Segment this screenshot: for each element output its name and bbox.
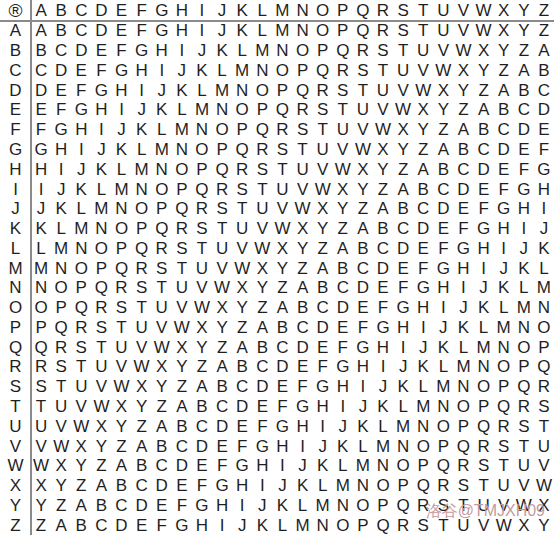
grid-cell: P bbox=[272, 80, 292, 100]
grid-cell: B bbox=[232, 357, 252, 377]
grid-cell: Q bbox=[232, 140, 252, 160]
grid-cell: F bbox=[31, 120, 51, 140]
grid-cell: A bbox=[433, 140, 453, 160]
grid-cell: M bbox=[333, 476, 353, 496]
grid-cell: I bbox=[51, 159, 71, 179]
grid-cell: L bbox=[474, 318, 494, 338]
column-header-cell: N bbox=[293, 0, 313, 21]
grid-cell: Y bbox=[433, 100, 453, 120]
grid-cell: Z bbox=[272, 278, 292, 298]
grid-cell: L bbox=[272, 515, 292, 535]
grid-cell: F bbox=[514, 159, 534, 179]
grid-cell: Y bbox=[494, 41, 514, 61]
grid-cell: U bbox=[192, 258, 212, 278]
grid-cell: B bbox=[514, 80, 534, 100]
grid-cell: K bbox=[212, 41, 232, 61]
grid-cell: E bbox=[31, 100, 51, 120]
grid-cell: E bbox=[353, 298, 373, 318]
grid-cell: V bbox=[192, 278, 212, 298]
grid-cell: J bbox=[71, 159, 91, 179]
grid-cell: T bbox=[212, 219, 232, 239]
grid-cell: G bbox=[353, 337, 373, 357]
grid-cell: V bbox=[353, 120, 373, 140]
grid-cell: N bbox=[152, 159, 172, 179]
row-header-cell: Q bbox=[0, 337, 31, 357]
grid-cell: J bbox=[393, 357, 413, 377]
column-header-cell: W bbox=[474, 0, 494, 21]
row-header-cell: O bbox=[0, 298, 31, 318]
column-header-cell: I bbox=[192, 0, 212, 21]
grid-cell: Y bbox=[333, 199, 353, 219]
grid-cell: M bbox=[71, 219, 91, 239]
grid-cell: K bbox=[51, 199, 71, 219]
grid-cell: A bbox=[232, 337, 252, 357]
grid-cell: U bbox=[152, 298, 172, 318]
grid-cell: S bbox=[333, 80, 353, 100]
grid-cell: H bbox=[51, 140, 71, 160]
grid-cell: K bbox=[313, 456, 333, 476]
grid-cell: B bbox=[132, 456, 152, 476]
grid-cell: O bbox=[51, 278, 71, 298]
grid-cell: F bbox=[132, 21, 152, 41]
grid-cell: F bbox=[91, 61, 111, 81]
grid-cell: O bbox=[353, 495, 373, 515]
row-header-cell: L bbox=[0, 238, 31, 258]
grid-cell: O bbox=[71, 258, 91, 278]
grid-cell: D bbox=[353, 278, 373, 298]
grid-cell: H bbox=[252, 456, 272, 476]
grid-cell: I bbox=[71, 140, 91, 160]
grid-cell: Z bbox=[31, 515, 51, 535]
grid-cell: K bbox=[232, 21, 252, 41]
grid-cell: B bbox=[111, 476, 131, 496]
grid-cell: L bbox=[111, 159, 131, 179]
grid-cell: V bbox=[333, 140, 353, 160]
grid-cell: J bbox=[514, 238, 534, 258]
grid-cell: E bbox=[152, 495, 172, 515]
grid-cell: K bbox=[453, 318, 473, 338]
grid-cell: N bbox=[453, 377, 473, 397]
grid-cell: M bbox=[152, 140, 172, 160]
grid-cell: C bbox=[353, 258, 373, 278]
grid-cell: I bbox=[172, 41, 192, 61]
column-header-cell: J bbox=[212, 0, 232, 21]
grid-cell: C bbox=[393, 219, 413, 239]
grid-cell: O bbox=[293, 41, 313, 61]
grid-cell: N bbox=[293, 21, 313, 41]
grid-cell: U bbox=[353, 100, 373, 120]
grid-cell: I bbox=[252, 476, 272, 496]
grid-cell: O bbox=[333, 515, 353, 535]
grid-cell: Y bbox=[252, 278, 272, 298]
grid-cell: M bbox=[293, 515, 313, 535]
grid-cell: M bbox=[353, 456, 373, 476]
grid-cell: C bbox=[534, 80, 554, 100]
grid-cell: N bbox=[31, 278, 51, 298]
row-header-cell: V bbox=[0, 436, 31, 456]
grid-cell: M bbox=[272, 21, 292, 41]
column-header-cell: T bbox=[413, 0, 433, 21]
grid-cell: I bbox=[534, 199, 554, 219]
grid-cell: C bbox=[71, 21, 91, 41]
grid-cell: M bbox=[393, 416, 413, 436]
grid-cell: J bbox=[192, 41, 212, 61]
row-header-cell: B bbox=[0, 41, 31, 61]
grid-cell: V bbox=[293, 179, 313, 199]
grid-cell: Z bbox=[353, 199, 373, 219]
grid-cell: M bbox=[91, 199, 111, 219]
grid-cell: F bbox=[534, 140, 554, 160]
grid-cell: T bbox=[232, 199, 252, 219]
grid-cell: M bbox=[453, 357, 473, 377]
grid-cell: L bbox=[192, 80, 212, 100]
grid-cell: U bbox=[71, 377, 91, 397]
grid-cell: B bbox=[152, 436, 172, 456]
grid-cell: L bbox=[152, 120, 172, 140]
grid-cell: Q bbox=[393, 495, 413, 515]
grid-cell: W bbox=[393, 100, 413, 120]
grid-cell: R bbox=[293, 100, 313, 120]
grid-cell: G bbox=[71, 100, 91, 120]
grid-cell: U bbox=[272, 179, 292, 199]
grid-cell: O bbox=[494, 357, 514, 377]
grid-cell: H bbox=[313, 397, 333, 417]
grid-cell: A bbox=[313, 258, 333, 278]
grid-cell: W bbox=[192, 298, 212, 318]
grid-cell: I bbox=[353, 377, 373, 397]
grid-cell: F bbox=[152, 515, 172, 535]
grid-cell: K bbox=[353, 416, 373, 436]
grid-cell: X bbox=[111, 397, 131, 417]
grid-cell: F bbox=[393, 278, 413, 298]
grid-cell: Q bbox=[433, 456, 453, 476]
grid-cell: V bbox=[514, 476, 534, 496]
grid-cell: V bbox=[111, 357, 131, 377]
grid-cell: D bbox=[31, 80, 51, 100]
grid-cell: A bbox=[474, 100, 494, 120]
grid-cell: R bbox=[152, 238, 172, 258]
grid-cell: H bbox=[212, 495, 232, 515]
grid-cell: H bbox=[413, 298, 433, 318]
grid-cell: D bbox=[252, 377, 272, 397]
grid-cell: X bbox=[373, 140, 393, 160]
grid-cell: R bbox=[272, 120, 292, 140]
grid-cell: X bbox=[393, 120, 413, 140]
column-header-cell: H bbox=[172, 0, 192, 21]
grid-cell: P bbox=[313, 41, 333, 61]
grid-cell: N bbox=[252, 61, 272, 81]
grid-cell: D bbox=[313, 318, 333, 338]
grid-cell: H bbox=[152, 41, 172, 61]
grid-cell: E bbox=[393, 258, 413, 278]
grid-cell: D bbox=[413, 219, 433, 239]
grid-cell: S bbox=[71, 337, 91, 357]
grid-cell: S bbox=[393, 21, 413, 41]
grid-cell: S bbox=[172, 238, 192, 258]
grid-cell: S bbox=[252, 159, 272, 179]
grid-cell: U bbox=[91, 357, 111, 377]
grid-cell: T bbox=[474, 476, 494, 496]
grid-cell: N bbox=[393, 436, 413, 456]
column-header-cell: F bbox=[132, 0, 152, 21]
grid-cell: L bbox=[494, 298, 514, 318]
grid-cell: P bbox=[111, 238, 131, 258]
grid-cell: P bbox=[132, 219, 152, 239]
grid-cell: O bbox=[252, 80, 272, 100]
grid-cell: D bbox=[534, 100, 554, 120]
grid-cell: Y bbox=[373, 159, 393, 179]
grid-cell: D bbox=[293, 337, 313, 357]
grid-cell: T bbox=[71, 357, 91, 377]
grid-cell: J bbox=[51, 179, 71, 199]
column-header-cell: K bbox=[232, 0, 252, 21]
grid-cell: D bbox=[232, 397, 252, 417]
grid-cell: J bbox=[373, 377, 393, 397]
grid-cell: H bbox=[132, 61, 152, 81]
grid-cell: R bbox=[192, 199, 212, 219]
grid-cell: E bbox=[293, 357, 313, 377]
grid-cell: Z bbox=[192, 357, 212, 377]
grid-cell: X bbox=[91, 416, 111, 436]
grid-cell: H bbox=[71, 120, 91, 140]
grid-cell: Z bbox=[494, 61, 514, 81]
grid-cell: S bbox=[111, 298, 131, 318]
grid-cell: L bbox=[413, 377, 433, 397]
column-header-cell: R bbox=[373, 0, 393, 21]
grid-cell: D bbox=[111, 515, 131, 535]
grid-cell: Z bbox=[152, 397, 172, 417]
grid-cell: Q bbox=[453, 436, 473, 456]
grid-cell: R bbox=[333, 61, 353, 81]
grid-cell: L bbox=[293, 495, 313, 515]
grid-cell: V bbox=[433, 41, 453, 61]
grid-cell: S bbox=[453, 476, 473, 496]
grid-cell: H bbox=[453, 258, 473, 278]
grid-cell: R bbox=[353, 41, 373, 61]
grid-cell: J bbox=[252, 495, 272, 515]
grid-cell: S bbox=[212, 199, 232, 219]
grid-cell: W bbox=[111, 377, 131, 397]
grid-cell: A bbox=[494, 80, 514, 100]
grid-cell: D bbox=[192, 436, 212, 456]
grid-cell: S bbox=[514, 416, 534, 436]
grid-cell: A bbox=[413, 159, 433, 179]
grid-cell: N bbox=[232, 80, 252, 100]
grid-cell: Z bbox=[474, 80, 494, 100]
grid-cell: C bbox=[433, 179, 453, 199]
grid-cell: T bbox=[132, 298, 152, 318]
grid-cell: F bbox=[333, 337, 353, 357]
grid-cell: X bbox=[272, 238, 292, 258]
grid-cell: Z bbox=[453, 100, 473, 120]
grid-cell: A bbox=[51, 515, 71, 535]
grid-cell: Q bbox=[534, 357, 554, 377]
grid-cell: H bbox=[272, 436, 292, 456]
grid-cell: B bbox=[91, 495, 111, 515]
grid-cell: T bbox=[353, 80, 373, 100]
grid-cell: J bbox=[293, 456, 313, 476]
grid-cell: X bbox=[172, 337, 192, 357]
column-header-cell: V bbox=[453, 0, 473, 21]
grid-cell: L bbox=[353, 436, 373, 456]
grid-cell: L bbox=[232, 41, 252, 61]
grid-cell: H bbox=[393, 318, 413, 338]
grid-cell: R bbox=[252, 140, 272, 160]
grid-cell: D bbox=[474, 159, 494, 179]
grid-cell: B bbox=[333, 258, 353, 278]
grid-cell: F bbox=[212, 456, 232, 476]
grid-cell: L bbox=[71, 199, 91, 219]
grid-cell: V bbox=[172, 298, 192, 318]
grid-cell: Z bbox=[393, 159, 413, 179]
grid-cell: E bbox=[232, 416, 252, 436]
grid-cell: B bbox=[494, 100, 514, 120]
grid-cell: Z bbox=[51, 495, 71, 515]
grid-cell: I bbox=[132, 80, 152, 100]
grid-cell: F bbox=[313, 357, 333, 377]
grid-cell: E bbox=[91, 41, 111, 61]
grid-cell: U bbox=[373, 80, 393, 100]
grid-cell: E bbox=[111, 21, 131, 41]
letter-grid: ®ABCDEFGHIJKLMNOPQRSTUVWXYZAABCDEFGHIJKL… bbox=[0, 0, 554, 535]
grid-cell: B bbox=[272, 318, 292, 338]
grid-cell: R bbox=[132, 258, 152, 278]
column-header-cell: D bbox=[91, 0, 111, 21]
grid-cell: B bbox=[453, 140, 473, 160]
row-header-cell: H bbox=[0, 159, 31, 179]
grid-cell: O bbox=[373, 476, 393, 496]
grid-cell: F bbox=[353, 318, 373, 338]
grid-cell: O bbox=[31, 298, 51, 318]
grid-cell: P bbox=[433, 436, 453, 456]
grid-cell: T bbox=[313, 120, 333, 140]
grid-cell: S bbox=[132, 278, 152, 298]
grid-cell: P bbox=[353, 515, 373, 535]
column-header-cell: E bbox=[111, 0, 131, 21]
grid-cell: J bbox=[212, 21, 232, 41]
grid-cell: H bbox=[474, 238, 494, 258]
grid-cell: K bbox=[111, 140, 131, 160]
grid-cell: Z bbox=[373, 179, 393, 199]
grid-cell: M bbox=[252, 41, 272, 61]
grid-cell: B bbox=[353, 238, 373, 258]
grid-cell: L bbox=[333, 456, 353, 476]
grid-cell: W bbox=[132, 357, 152, 377]
grid-cell: T bbox=[172, 258, 192, 278]
grid-cell: O bbox=[514, 337, 534, 357]
grid-cell: E bbox=[534, 120, 554, 140]
row-header-cell: W bbox=[0, 456, 31, 476]
grid-cell: W bbox=[413, 80, 433, 100]
grid-cell: S bbox=[534, 397, 554, 417]
grid-cell: U bbox=[31, 416, 51, 436]
grid-cell: B bbox=[474, 120, 494, 140]
grid-cell: Z bbox=[313, 238, 333, 258]
grid-cell: Q bbox=[494, 397, 514, 417]
column-header-cell: L bbox=[252, 0, 272, 21]
grid-cell: P bbox=[514, 357, 534, 377]
grid-cell: U bbox=[534, 436, 554, 456]
column-header-cell: Z bbox=[534, 0, 554, 21]
grid-cell: V bbox=[71, 397, 91, 417]
column-header-cell: S bbox=[393, 0, 413, 21]
grid-cell: R bbox=[474, 436, 494, 456]
grid-cell: X bbox=[353, 159, 373, 179]
grid-cell: Z bbox=[232, 318, 252, 338]
grid-cell: T bbox=[272, 159, 292, 179]
grid-cell: Q bbox=[272, 100, 292, 120]
grid-cell: B bbox=[252, 337, 272, 357]
grid-cell: Q bbox=[373, 515, 393, 535]
grid-cell: V bbox=[373, 100, 393, 120]
grid-cell: R bbox=[393, 515, 413, 535]
grid-cell: M bbox=[111, 179, 131, 199]
grid-cell: N bbox=[132, 179, 152, 199]
grid-cell: T bbox=[252, 179, 272, 199]
grid-cell: E bbox=[252, 397, 272, 417]
grid-cell: R bbox=[232, 159, 252, 179]
grid-cell: T bbox=[51, 377, 71, 397]
grid-cell: S bbox=[232, 179, 252, 199]
grid-cell: H bbox=[333, 377, 353, 397]
grid-cell: K bbox=[192, 61, 212, 81]
grid-cell: Q bbox=[152, 219, 172, 239]
grid-cell: T bbox=[91, 337, 111, 357]
grid-cell: G bbox=[152, 21, 172, 41]
grid-cell: D bbox=[514, 120, 534, 140]
grid-cell: J bbox=[232, 515, 252, 535]
grid-cell: V bbox=[212, 258, 232, 278]
grid-cell: D bbox=[393, 238, 413, 258]
grid-cell: K bbox=[152, 100, 172, 120]
grid-cell: J bbox=[172, 61, 192, 81]
grid-cell: X bbox=[474, 41, 494, 61]
grid-cell: H bbox=[111, 80, 131, 100]
grid-cell: I bbox=[514, 219, 534, 239]
grid-cell: Q bbox=[71, 298, 91, 318]
grid-cell: I bbox=[393, 337, 413, 357]
grid-cell: P bbox=[91, 258, 111, 278]
grid-cell: U bbox=[232, 219, 252, 239]
grid-cell: B bbox=[31, 41, 51, 61]
column-header-cell: C bbox=[71, 0, 91, 21]
grid-cell: U bbox=[111, 337, 131, 357]
grid-cell: S bbox=[494, 436, 514, 456]
grid-cell: M bbox=[313, 495, 333, 515]
grid-cell: N bbox=[534, 298, 554, 318]
grid-cell: S bbox=[474, 456, 494, 476]
grid-cell: R bbox=[534, 377, 554, 397]
grid-cell: W bbox=[71, 416, 91, 436]
grid-cell: A bbox=[252, 318, 272, 338]
grid-cell: Y bbox=[192, 337, 212, 357]
grid-cell: I bbox=[212, 515, 232, 535]
grid-cell: K bbox=[393, 377, 413, 397]
grid-cell: G bbox=[433, 258, 453, 278]
grid-cell: M bbox=[413, 397, 433, 417]
grid-cell: L bbox=[313, 476, 333, 496]
grid-cell: E bbox=[433, 219, 453, 239]
grid-cell: C bbox=[212, 397, 232, 417]
grid-cell: N bbox=[111, 199, 131, 219]
grid-cell: Q bbox=[313, 61, 333, 81]
grid-cell: N bbox=[51, 258, 71, 278]
grid-cell: O bbox=[172, 159, 192, 179]
grid-cell: O bbox=[232, 100, 252, 120]
grid-cell: X bbox=[413, 100, 433, 120]
grid-cell: C bbox=[252, 357, 272, 377]
grid-cell: Y bbox=[453, 80, 473, 100]
